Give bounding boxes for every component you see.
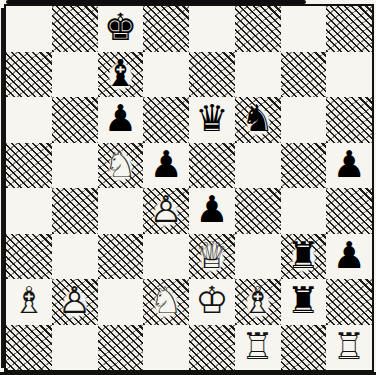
square-e8[interactable]	[189, 6, 235, 52]
black-rook-g3: ♜	[287, 237, 320, 274]
square-c8[interactable]: ♚	[98, 6, 144, 52]
white-pawn-b2: ♙	[58, 282, 91, 319]
square-a1[interactable]	[6, 325, 52, 371]
square-d8[interactable]	[143, 6, 189, 52]
white-rook-h1: ♖	[333, 328, 366, 365]
square-h2[interactable]	[326, 279, 372, 325]
square-b4[interactable]	[52, 188, 98, 234]
square-e2[interactable]: ♔	[189, 279, 235, 325]
square-b1[interactable]	[52, 325, 98, 371]
square-b2[interactable]: ♙	[52, 279, 98, 325]
black-knight-f6: ♞	[241, 100, 274, 137]
square-e5[interactable]	[189, 143, 235, 189]
square-g5[interactable]	[281, 143, 327, 189]
square-h1[interactable]: ♖	[326, 325, 372, 371]
square-f3[interactable]	[235, 234, 281, 280]
square-g3[interactable]: ♜	[281, 234, 327, 280]
white-knight-d2: ♘	[150, 282, 183, 319]
square-c3[interactable]	[98, 234, 144, 280]
square-b8[interactable]	[52, 6, 98, 52]
square-a4[interactable]	[6, 188, 52, 234]
square-h8[interactable]	[326, 6, 372, 52]
square-f2[interactable]: ♗	[235, 279, 281, 325]
chess-board: ♚♝♟♛♞♘♟♟♙♟♕♜♟♗♙♘♔♗♜♖♖	[4, 4, 374, 372]
square-d4[interactable]: ♙	[143, 188, 189, 234]
square-g6[interactable]	[281, 97, 327, 143]
square-c6[interactable]: ♟	[98, 97, 144, 143]
black-pawn-d5: ♟	[150, 146, 183, 183]
black-pawn-h3: ♟	[333, 237, 366, 274]
square-b7[interactable]	[52, 52, 98, 98]
square-e7[interactable]	[189, 52, 235, 98]
square-d5[interactable]: ♟	[143, 143, 189, 189]
white-bishop-f2: ♗	[241, 282, 274, 319]
white-rook-f1: ♖	[241, 328, 274, 365]
square-g4[interactable]	[281, 188, 327, 234]
square-d6[interactable]	[143, 97, 189, 143]
square-h7[interactable]	[326, 52, 372, 98]
square-e1[interactable]	[189, 325, 235, 371]
square-a2[interactable]: ♗	[6, 279, 52, 325]
square-c5[interactable]: ♘	[98, 143, 144, 189]
square-d1[interactable]	[143, 325, 189, 371]
square-c1[interactable]	[98, 325, 144, 371]
square-d7[interactable]	[143, 52, 189, 98]
square-g1[interactable]	[281, 325, 327, 371]
square-h4[interactable]	[326, 188, 372, 234]
square-h5[interactable]: ♟	[326, 143, 372, 189]
white-knight-c5: ♘	[104, 146, 137, 183]
white-king-e2: ♔	[195, 282, 228, 319]
black-pawn-e4: ♟	[195, 191, 228, 228]
square-a3[interactable]	[6, 234, 52, 280]
black-king-c8: ♚	[104, 9, 137, 46]
square-h6[interactable]	[326, 97, 372, 143]
white-queen-e3: ♕	[195, 237, 228, 274]
black-pawn-c6: ♟	[104, 100, 137, 137]
square-a8[interactable]	[6, 6, 52, 52]
square-g8[interactable]	[281, 6, 327, 52]
square-f5[interactable]	[235, 143, 281, 189]
square-d3[interactable]	[143, 234, 189, 280]
black-queen-e6: ♛	[195, 100, 228, 137]
square-b6[interactable]	[52, 97, 98, 143]
square-a5[interactable]	[6, 143, 52, 189]
square-f8[interactable]	[235, 6, 281, 52]
square-c4[interactable]	[98, 188, 144, 234]
white-pawn-d4: ♙	[150, 191, 183, 228]
black-bishop-c7: ♝	[104, 55, 137, 92]
square-e3[interactable]: ♕	[189, 234, 235, 280]
square-c7[interactable]: ♝	[98, 52, 144, 98]
square-e6[interactable]: ♛	[189, 97, 235, 143]
black-rook-g2: ♜	[287, 282, 320, 319]
square-a7[interactable]	[6, 52, 52, 98]
square-g7[interactable]	[281, 52, 327, 98]
square-b3[interactable]	[52, 234, 98, 280]
square-h3[interactable]: ♟	[326, 234, 372, 280]
square-f4[interactable]	[235, 188, 281, 234]
square-c2[interactable]	[98, 279, 144, 325]
square-e4[interactable]: ♟	[189, 188, 235, 234]
square-b5[interactable]	[52, 143, 98, 189]
white-bishop-a2: ♗	[12, 282, 45, 319]
square-d2[interactable]: ♘	[143, 279, 189, 325]
square-g2[interactable]: ♜	[281, 279, 327, 325]
square-f1[interactable]: ♖	[235, 325, 281, 371]
square-f7[interactable]	[235, 52, 281, 98]
black-pawn-h5: ♟	[333, 146, 366, 183]
square-f6[interactable]: ♞	[235, 97, 281, 143]
square-a6[interactable]	[6, 97, 52, 143]
